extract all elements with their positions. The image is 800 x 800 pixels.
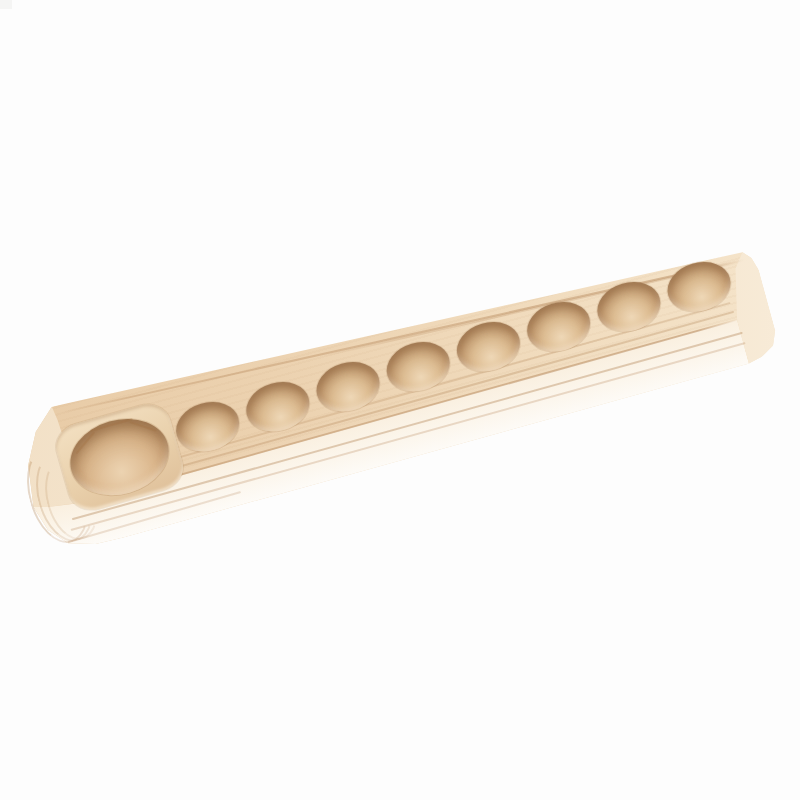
- pit[interactable]: [170, 395, 245, 459]
- pit[interactable]: [591, 275, 666, 339]
- photo-corner-artifact: [0, 0, 12, 9]
- pit[interactable]: [240, 375, 315, 439]
- mancala-board: [2, 207, 800, 567]
- pit[interactable]: [380, 335, 455, 399]
- pit[interactable]: [451, 315, 526, 379]
- pit[interactable]: [661, 255, 736, 319]
- pit[interactable]: [521, 295, 596, 359]
- pit[interactable]: [310, 355, 385, 419]
- product-photo-stage: [0, 0, 800, 800]
